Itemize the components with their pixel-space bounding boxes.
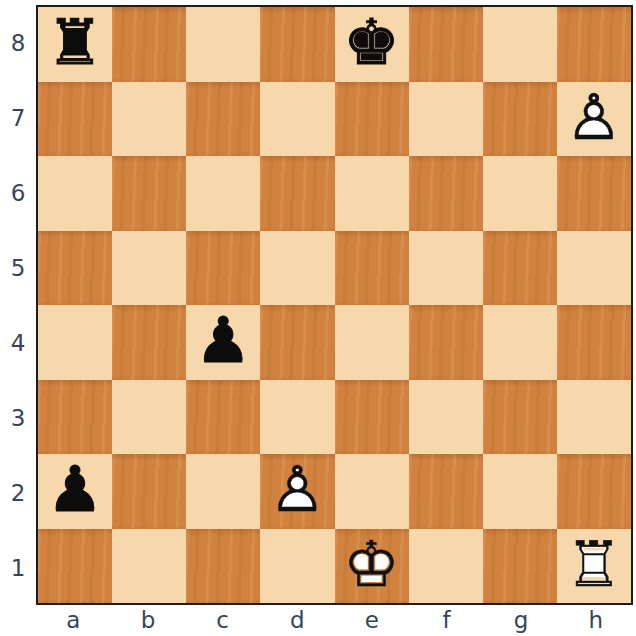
- square-a3[interactable]: [38, 380, 112, 455]
- square-h2[interactable]: [557, 454, 631, 529]
- black-rook-piece[interactable]: ♜: [38, 7, 112, 82]
- square-g6[interactable]: [483, 156, 557, 231]
- white-pawn-piece[interactable]: ♟♙: [260, 454, 334, 529]
- square-a2[interactable]: ♟: [38, 454, 112, 529]
- square-f4[interactable]: [409, 305, 483, 380]
- square-b1[interactable]: [112, 529, 186, 604]
- square-b3[interactable]: [112, 380, 186, 455]
- rank-label-8: 8: [0, 5, 36, 80]
- square-a8[interactable]: ♜: [38, 7, 112, 82]
- file-label-b: b: [111, 605, 186, 636]
- square-g7[interactable]: [483, 82, 557, 157]
- square-c3[interactable]: [186, 380, 260, 455]
- square-g1[interactable]: [483, 529, 557, 604]
- square-e2[interactable]: [335, 454, 409, 529]
- black-king-piece[interactable]: ♚: [335, 7, 409, 82]
- black-pawn-glyph: ♟: [195, 309, 251, 372]
- square-b5[interactable]: [112, 231, 186, 306]
- square-f6[interactable]: [409, 156, 483, 231]
- square-e7[interactable]: [335, 82, 409, 157]
- square-g8[interactable]: [483, 7, 557, 82]
- square-h8[interactable]: [557, 7, 631, 82]
- square-f1[interactable]: [409, 529, 483, 604]
- square-a5[interactable]: [38, 231, 112, 306]
- rank-label-7: 7: [0, 80, 36, 155]
- rank-label-5: 5: [0, 230, 36, 305]
- square-f7[interactable]: [409, 82, 483, 157]
- rank-label-1: 1: [0, 530, 36, 605]
- square-a1[interactable]: [38, 529, 112, 604]
- rank-label-4: 4: [0, 305, 36, 380]
- square-d7[interactable]: [260, 82, 334, 157]
- square-c5[interactable]: [186, 231, 260, 306]
- square-e5[interactable]: [335, 231, 409, 306]
- file-label-d: d: [260, 605, 335, 636]
- square-b7[interactable]: [112, 82, 186, 157]
- square-c7[interactable]: [186, 82, 260, 157]
- square-f2[interactable]: [409, 454, 483, 529]
- square-g5[interactable]: [483, 231, 557, 306]
- white-king-piece[interactable]: ♚♔: [335, 529, 409, 604]
- square-d4[interactable]: [260, 305, 334, 380]
- square-d2[interactable]: ♟♙: [260, 454, 334, 529]
- file-label-h: h: [558, 605, 633, 636]
- square-g2[interactable]: [483, 454, 557, 529]
- square-a7[interactable]: [38, 82, 112, 157]
- square-d6[interactable]: [260, 156, 334, 231]
- square-e4[interactable]: [335, 305, 409, 380]
- white-pawn-piece[interactable]: ♟♙: [557, 82, 631, 157]
- square-d3[interactable]: [260, 380, 334, 455]
- square-d8[interactable]: [260, 7, 334, 82]
- square-f5[interactable]: [409, 231, 483, 306]
- square-g4[interactable]: [483, 305, 557, 380]
- square-h6[interactable]: [557, 156, 631, 231]
- black-pawn-glyph: ♟: [47, 458, 103, 521]
- square-c6[interactable]: [186, 156, 260, 231]
- square-h4[interactable]: [557, 305, 631, 380]
- rank-label-6: 6: [0, 155, 36, 230]
- file-label-a: a: [36, 605, 111, 636]
- square-c1[interactable]: [186, 529, 260, 604]
- square-a4[interactable]: [38, 305, 112, 380]
- file-label-g: g: [484, 605, 559, 636]
- square-b2[interactable]: [112, 454, 186, 529]
- file-labels: abcdefgh: [36, 605, 633, 636]
- rank-label-3: 3: [0, 380, 36, 455]
- square-c4[interactable]: ♟: [186, 305, 260, 380]
- white-rook-piece[interactable]: ♜♖: [557, 529, 631, 604]
- square-c2[interactable]: [186, 454, 260, 529]
- white-king-glyph-outline: ♔: [343, 533, 399, 596]
- square-e8[interactable]: ♚: [335, 7, 409, 82]
- square-h3[interactable]: [557, 380, 631, 455]
- square-a6[interactable]: [38, 156, 112, 231]
- square-e1[interactable]: ♚♔: [335, 529, 409, 604]
- chess-diagram: 87654321 ♜♚♟♙♟♟♟♙♚♔♜♖ abcdefgh: [0, 0, 636, 636]
- square-b8[interactable]: [112, 7, 186, 82]
- black-rook-glyph: ♜: [47, 11, 103, 74]
- square-b6[interactable]: [112, 156, 186, 231]
- file-label-e: e: [335, 605, 410, 636]
- square-h5[interactable]: [557, 231, 631, 306]
- file-label-c: c: [185, 605, 260, 636]
- white-pawn-glyph-outline: ♙: [566, 86, 622, 149]
- white-pawn-glyph-outline: ♙: [269, 458, 325, 521]
- file-label-f: f: [409, 605, 484, 636]
- square-f3[interactable]: [409, 380, 483, 455]
- square-e3[interactable]: [335, 380, 409, 455]
- square-f8[interactable]: [409, 7, 483, 82]
- square-d5[interactable]: [260, 231, 334, 306]
- square-d1[interactable]: [260, 529, 334, 604]
- rank-labels: 87654321: [0, 5, 36, 605]
- square-b4[interactable]: [112, 305, 186, 380]
- square-h7[interactable]: ♟♙: [557, 82, 631, 157]
- square-h1[interactable]: ♜♖: [557, 529, 631, 604]
- black-pawn-piece[interactable]: ♟: [38, 454, 112, 529]
- square-e6[interactable]: [335, 156, 409, 231]
- black-pawn-piece[interactable]: ♟: [186, 305, 260, 380]
- white-rook-glyph-outline: ♖: [566, 533, 622, 596]
- black-king-glyph: ♚: [343, 11, 399, 74]
- chess-board: ♜♚♟♙♟♟♟♙♚♔♜♖: [36, 5, 633, 605]
- square-g3[interactable]: [483, 380, 557, 455]
- square-c8[interactable]: [186, 7, 260, 82]
- rank-label-2: 2: [0, 455, 36, 530]
